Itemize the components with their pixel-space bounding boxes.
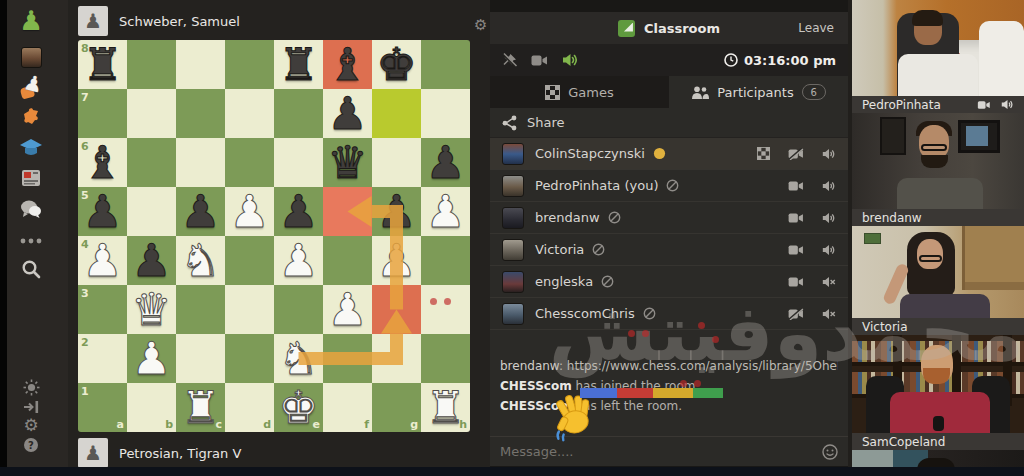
message-input[interactable] <box>500 444 822 459</box>
classroom-panel: Classroom Leave 03:16:00 pm Games Partic… <box>490 0 848 476</box>
square-f1[interactable]: f <box>323 383 372 432</box>
no-title-icon <box>643 307 656 320</box>
no-title-icon <box>608 211 621 224</box>
file-label: b <box>165 418 173 431</box>
participant-audio-icon[interactable] <box>822 244 836 256</box>
square-c2[interactable] <box>176 334 225 383</box>
participant-audio-icon[interactable] <box>822 180 836 192</box>
message-bar <box>490 436 848 466</box>
square-h8[interactable] <box>421 40 470 89</box>
puzzle-icon <box>20 106 42 128</box>
camera-muted-icon[interactable] <box>531 54 548 67</box>
file-label: d <box>263 418 271 431</box>
news-nav-icon[interactable] <box>14 165 48 191</box>
panel-tabs: Games Participants 6 <box>490 76 848 108</box>
classroom-board-icon <box>618 20 635 37</box>
piece-w-p-f3[interactable]: ♟ <box>323 285 372 334</box>
classroom-title: Classroom <box>644 21 720 36</box>
square-c8[interactable] <box>176 40 225 89</box>
participant-name: engleska <box>535 274 593 289</box>
speaker-on-icon[interactable] <box>562 53 579 67</box>
square-e7[interactable] <box>274 89 323 138</box>
participants-list: ColinStapczynskiPedroPinhata (you)brenda… <box>490 138 848 330</box>
piece-b-b-a6[interactable]: ♝ <box>78 138 127 187</box>
chat-message: CHESScom has joined the room. <box>500 376 838 396</box>
participant-name: ColinStapczynski <box>535 146 645 161</box>
square-b5[interactable] <box>127 187 176 236</box>
board-settings-gear-icon[interactable]: ⚙ <box>474 16 487 34</box>
video-name: brendanw <box>862 211 922 225</box>
social-nav-icon[interactable] <box>14 196 48 222</box>
participant-camera-icon[interactable] <box>788 276 804 288</box>
square-a1[interactable]: 1a <box>78 383 127 432</box>
game-area: ♟ Schweber, Samuel ⚙ 87654321abcdefgh♜♜♝… <box>68 0 490 476</box>
play-nav-icon[interactable]: ♟ <box>14 74 48 100</box>
square-h7[interactable] <box>421 89 470 138</box>
participant-audio-icon[interactable] <box>822 148 836 160</box>
share-icon <box>502 115 517 131</box>
video-name: Victoria <box>862 320 908 334</box>
graduation-cap-icon <box>19 137 43 157</box>
participant-avatar <box>502 207 524 229</box>
piece-w-n-c4[interactable]: ♞ <box>176 236 225 285</box>
square-b1[interactable]: b <box>127 383 176 432</box>
square-c3[interactable] <box>176 285 225 334</box>
piece-w-p-e4[interactable]: ♟ <box>274 236 323 285</box>
participant-camera-icon[interactable] <box>788 148 804 160</box>
square-g3[interactable] <box>372 285 421 334</box>
ellipsis-icon <box>20 238 42 244</box>
piece-w-r-c1[interactable]: ♜ <box>176 383 225 432</box>
participant-avatar <box>502 143 524 165</box>
player-top-bar: ♟ Schweber, Samuel <box>78 4 478 38</box>
player-top-avatar[interactable]: ♟ <box>78 6 108 36</box>
participant-audio-icon[interactable] <box>822 308 836 320</box>
leave-button[interactable]: Leave <box>798 21 834 35</box>
square-h3[interactable] <box>421 285 470 334</box>
participant-camera-icon[interactable] <box>788 244 804 256</box>
file-label: a <box>117 418 124 431</box>
participant-row-pedropinhata--you-[interactable]: PedroPinhata (you) <box>490 170 848 202</box>
games-board-icon <box>545 85 560 100</box>
square-c7[interactable] <box>176 89 225 138</box>
player-bottom-bar: ♟ Petrosian, Tigran V <box>78 436 478 470</box>
video-column: PedroPinhata brendanw Victoria SamCopela… <box>852 0 1024 476</box>
participant-camera-icon[interactable] <box>788 212 804 224</box>
rank-label: 2 <box>81 336 89 349</box>
chesscom-classroom-window: ♟ ♟ ⚙ ? <box>0 0 1024 476</box>
square-b8[interactable] <box>127 40 176 89</box>
chesscom-logo-icon[interactable]: ♟ <box>14 8 48 34</box>
square-b6[interactable] <box>127 138 176 187</box>
help-icon[interactable]: ? <box>14 432 48 458</box>
no-title-icon <box>601 275 614 288</box>
chess-board[interactable]: 87654321abcdefgh♜♜♝♚♟♝♛♟♟♟♟♟♟♟♟♟♞♟♟♛♟♟♞♜… <box>78 40 470 432</box>
piece-b-q-f6[interactable]: ♛ <box>323 138 372 187</box>
tab-games-label: Games <box>568 85 613 100</box>
newspaper-icon <box>21 169 41 187</box>
video-feed-victoria[interactable] <box>852 226 1024 318</box>
square-h2[interactable] <box>421 334 470 383</box>
square-g7[interactable] <box>372 89 421 138</box>
square-a3[interactable]: 3 <box>78 285 127 334</box>
piece-w-p-d5[interactable]: ♟ <box>225 187 274 236</box>
hand-with-piece-icon: ♟ <box>19 75 43 99</box>
piece-w-n-e2[interactable]: ♞ <box>274 334 323 383</box>
tab-participants-label: Participants <box>717 85 793 100</box>
participant-audio-icon[interactable] <box>822 276 836 288</box>
square-a7[interactable]: 7 <box>78 89 127 138</box>
square-d1[interactable]: d <box>225 383 274 432</box>
video-label-pedropinhata: PedroPinhata <box>852 96 1024 113</box>
square-d2[interactable] <box>225 334 274 383</box>
share-label: Share <box>527 115 565 130</box>
piece-w-q-b3[interactable]: ♛ <box>127 285 176 334</box>
player-bottom-avatar[interactable]: ♟ <box>78 438 108 468</box>
participant-name: brendanw <box>535 210 600 225</box>
square-d4[interactable] <box>225 236 274 285</box>
square-g2[interactable] <box>372 334 421 383</box>
no-title-icon <box>592 243 605 256</box>
square-b7[interactable] <box>127 89 176 138</box>
chat-message: CHESScom has left the room. <box>500 396 838 416</box>
participant-row-victoria[interactable]: Victoria <box>490 234 848 266</box>
video-name: SamCopeland <box>862 435 945 449</box>
player-bottom-name: Petrosian, Tigran V <box>119 446 241 461</box>
participant-row-brendanw[interactable]: brendanw <box>490 202 848 234</box>
square-g6[interactable] <box>372 138 421 187</box>
video-feed-pedropinhata[interactable] <box>852 0 1024 96</box>
puzzles-nav-icon[interactable] <box>14 104 48 130</box>
piece-w-k-e1[interactable]: ♚ <box>274 383 323 432</box>
avatar <box>21 47 42 68</box>
share-button[interactable]: Share <box>490 108 848 138</box>
piece-b-p-c5[interactable]: ♟ <box>176 187 225 236</box>
participant-name: ChesscomChris <box>535 306 635 321</box>
video-feed-brendanw[interactable] <box>852 113 1024 209</box>
piece-w-p-b2[interactable]: ♟ <box>127 334 176 383</box>
piece-b-p-a5[interactable]: ♟ <box>78 187 127 236</box>
tab-participants[interactable]: Participants 6 <box>669 76 848 108</box>
piece-w-p-h5[interactable]: ♟ <box>421 187 470 236</box>
piece-b-p-b4[interactable]: ♟ <box>127 236 176 285</box>
svg-text:?: ? <box>28 440 34 451</box>
square-f4[interactable] <box>323 236 372 285</box>
chat-messages[interactable]: brendanw: https://www.chess.com/analysis… <box>490 330 848 436</box>
piece-b-p-e5[interactable]: ♟ <box>274 187 323 236</box>
piece-w-p-a4[interactable]: ♟ <box>78 236 127 285</box>
participant-row-colinstapczynski[interactable]: ColinStapczynski <box>490 138 848 170</box>
chat-message: brendanw: https://www.chess.com/analysis… <box>500 356 838 376</box>
piece-b-p-f7[interactable]: ♟ <box>323 89 372 138</box>
pin-off-icon[interactable] <box>502 53 517 68</box>
rank-label: 3 <box>81 287 89 300</box>
tab-games[interactable]: Games <box>490 76 669 108</box>
square-e3[interactable] <box>274 285 323 334</box>
file-label: g <box>410 418 418 431</box>
window-bottom-edge <box>0 467 1024 476</box>
search-icon[interactable] <box>14 256 48 282</box>
clock-icon <box>724 53 738 67</box>
piece-b-k-g8[interactable]: ♚ <box>372 40 421 89</box>
more-nav-icon[interactable] <box>14 228 48 254</box>
participant-camera-icon[interactable] <box>788 180 804 192</box>
rank-label: 7 <box>81 91 89 104</box>
video-label-victoria: Victoria <box>852 318 1024 335</box>
profile-avatar[interactable] <box>14 44 48 70</box>
participant-avatar <box>502 303 524 325</box>
piece-w-p-g4[interactable]: ♟ <box>372 236 421 285</box>
piece-b-r-e8[interactable]: ♜ <box>274 40 323 89</box>
gold-status-icon <box>653 147 666 160</box>
participants-icon <box>691 86 709 99</box>
square-f5[interactable] <box>323 187 372 236</box>
emoji-picker-icon[interactable] <box>822 444 838 460</box>
no-title-icon <box>666 179 679 192</box>
learn-nav-icon[interactable] <box>14 134 48 160</box>
square-d6[interactable] <box>225 138 274 187</box>
square-a2[interactable]: 2 <box>78 334 127 383</box>
camera-icon[interactable] <box>977 100 991 110</box>
player-top-name: Schweber, Samuel <box>119 14 240 29</box>
participant-name: PedroPinhata (you) <box>535 178 658 193</box>
video-label-samcopeland: SamCopeland <box>852 433 1024 450</box>
pawn-logo-glyph: ♟ <box>19 8 43 34</box>
piece-b-p-g5[interactable]: ♟ <box>372 187 421 236</box>
square-f2[interactable] <box>323 334 372 383</box>
question-icon: ? <box>23 437 39 453</box>
participant-name: Victoria <box>535 242 584 257</box>
participant-avatar <box>502 175 524 197</box>
participant-row-engleska[interactable]: engleska <box>490 266 848 298</box>
square-h4[interactable] <box>421 236 470 285</box>
square-e6[interactable] <box>274 138 323 187</box>
piece-b-r-a8[interactable]: ♜ <box>78 40 127 89</box>
square-d8[interactable] <box>225 40 274 89</box>
speaker-icon[interactable] <box>1001 99 1014 110</box>
participant-avatar <box>502 239 524 261</box>
room-time: 03:16:00 pm <box>724 53 836 68</box>
square-c6[interactable] <box>176 138 225 187</box>
magnifier-icon <box>21 259 41 279</box>
brightness-icon <box>23 379 40 396</box>
piece-w-r-h1[interactable]: ♜ <box>421 383 470 432</box>
window-edge <box>0 0 7 476</box>
video-label-brendanw: brendanw <box>852 209 1024 226</box>
participants-count-badge: 6 <box>802 84 826 100</box>
square-d7[interactable] <box>225 89 274 138</box>
participant-row-chesscomchris[interactable]: ChesscomChris <box>490 298 848 330</box>
room-controls: 03:16:00 pm <box>490 44 848 76</box>
piece-b-b-f8[interactable]: ♝ <box>323 40 372 89</box>
square-d3[interactable] <box>225 285 274 334</box>
participant-camera-icon[interactable] <box>788 308 804 320</box>
classroom-header: Classroom Leave <box>490 12 848 44</box>
controls-board-icon[interactable] <box>757 147 770 160</box>
participant-avatar <box>502 271 524 293</box>
room-time-value: 03:16:00 pm <box>744 53 836 68</box>
chat-bubbles-icon <box>20 199 42 219</box>
square-g1[interactable]: g <box>372 383 421 432</box>
participant-audio-icon[interactable] <box>822 212 836 224</box>
piece-b-p-h6[interactable]: ♟ <box>421 138 470 187</box>
rank-label: 1 <box>81 385 89 398</box>
video-name: PedroPinhata <box>862 98 941 112</box>
left-sidebar: ♟ ♟ ⚙ ? <box>0 0 68 476</box>
file-label: f <box>364 418 369 431</box>
video-feed-samcopeland[interactable] <box>852 335 1024 433</box>
